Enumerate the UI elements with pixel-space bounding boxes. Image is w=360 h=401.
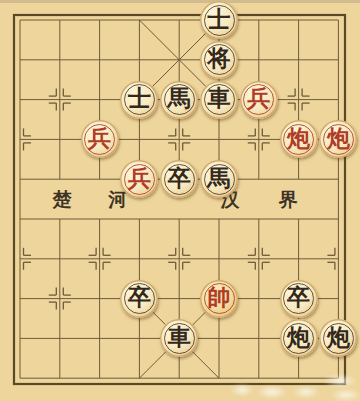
piece-glyph: 炮 — [327, 326, 350, 349]
piece-black-cannon[interactable]: 炮 — [280, 319, 318, 357]
piece-black-advisor[interactable]: 士 — [120, 81, 158, 119]
piece-black-advisor[interactable]: 士 — [200, 1, 238, 39]
piece-red-cannon[interactable]: 炮 — [280, 120, 318, 158]
piece-glyph: 帥 — [208, 286, 231, 309]
piece-glyph: 卒 — [168, 167, 191, 190]
piece-glyph: 兵 — [128, 167, 151, 190]
piece-black-horse[interactable]: 馬 — [160, 81, 198, 119]
xiangqi-app-screen: 楚 河 汉 界 士将士馬車兵兵炮炮兵卒馬卒帥卒車炮炮 — [0, 0, 360, 401]
piece-glyph: 馬 — [168, 87, 191, 110]
piece-glyph: 士 — [128, 87, 151, 110]
piece-red-general[interactable]: 帥 — [200, 280, 238, 318]
piece-glyph: 卒 — [287, 286, 310, 309]
piece-black-chariot[interactable]: 車 — [200, 81, 238, 119]
piece-glyph: 炮 — [287, 326, 310, 349]
piece-glyph: 車 — [208, 87, 231, 110]
piece-black-soldier[interactable]: 卒 — [120, 280, 158, 318]
piece-black-horse[interactable]: 馬 — [200, 160, 238, 198]
piece-black-general[interactable]: 将 — [200, 41, 238, 79]
piece-glyph: 炮 — [287, 127, 310, 150]
river-label-chu: 楚 — [53, 190, 72, 209]
piece-glyph: 兵 — [247, 87, 270, 110]
piece-glyph: 将 — [208, 47, 231, 70]
piece-black-soldier[interactable]: 卒 — [280, 280, 318, 318]
piece-red-soldier[interactable]: 兵 — [81, 120, 119, 158]
piece-glyph: 兵 — [88, 127, 111, 150]
piece-glyph: 馬 — [208, 167, 231, 190]
piece-glyph: 士 — [208, 8, 231, 31]
piece-glyph: 卒 — [128, 286, 151, 309]
piece-red-soldier[interactable]: 兵 — [240, 81, 278, 119]
river-label-jie: 界 — [279, 190, 298, 209]
piece-glyph: 炮 — [327, 127, 350, 150]
piece-glyph: 車 — [168, 326, 191, 349]
